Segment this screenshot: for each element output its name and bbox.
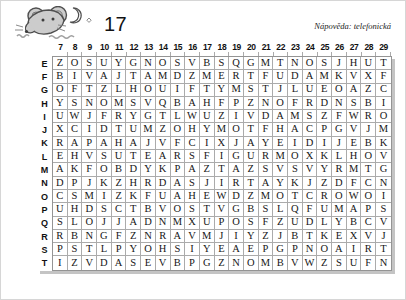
grid-cell-G-15[interactable]: I <box>171 84 186 97</box>
grid-cell-S-16[interactable]: I <box>185 243 200 256</box>
grid-cell-L-15[interactable]: R <box>171 150 186 163</box>
grid-cell-F-24[interactable]: A <box>303 70 318 83</box>
grid-cell-F-15[interactable]: D <box>171 70 186 83</box>
grid-cell-N-22[interactable]: Y <box>273 177 288 190</box>
grid-cell-R-29[interactable]: J <box>376 230 391 243</box>
grid-cell-T-24[interactable]: W <box>303 256 318 269</box>
grid-cell-K-29[interactable]: K <box>376 137 391 150</box>
grid-cell-F-14[interactable]: M <box>156 70 171 83</box>
grid-cell-L-24[interactable]: X <box>303 150 318 163</box>
grid-cell-L-11[interactable]: U <box>112 150 127 163</box>
grid-cell-G-11[interactable]: L <box>112 84 127 97</box>
grid-cell-H-27[interactable]: S <box>347 97 362 110</box>
grid-cell-I-16[interactable]: W <box>185 110 200 123</box>
grid-cell-O-9[interactable]: M <box>82 190 97 203</box>
grid-cell-M-10[interactable]: O <box>97 163 112 176</box>
grid-cell-F-23[interactable]: D <box>288 70 303 83</box>
grid-cell-E-21[interactable]: M <box>259 57 274 70</box>
grid-cell-S-27[interactable]: I <box>347 243 362 256</box>
grid-cell-N-21[interactable]: A <box>259 177 274 190</box>
grid-cell-N-20[interactable]: T <box>244 177 259 190</box>
grid-cell-S-15[interactable]: S <box>171 243 186 256</box>
grid-cell-H-19[interactable]: P <box>229 97 244 110</box>
grid-cell-G-8[interactable]: F <box>68 84 83 97</box>
grid-cell-M-21[interactable]: S <box>259 163 274 176</box>
grid-cell-T-28[interactable]: F <box>361 256 376 269</box>
grid-cell-N-28[interactable]: C <box>361 177 376 190</box>
grid-cell-F-27[interactable]: V <box>347 70 362 83</box>
grid-cell-E-25[interactable]: S <box>317 57 332 70</box>
grid-cell-H-10[interactable]: O <box>97 97 112 110</box>
grid-cell-O-29[interactable]: I <box>376 190 391 203</box>
grid-cell-S-17[interactable]: Y <box>200 243 215 256</box>
grid-cell-L-25[interactable]: K <box>317 150 332 163</box>
grid-cell-P-18[interactable]: V <box>215 203 230 216</box>
grid-cell-S-12[interactable]: Y <box>126 243 141 256</box>
grid-cell-O-20[interactable]: Z <box>244 190 259 203</box>
grid-cell-N-19[interactable]: R <box>229 177 244 190</box>
grid-cell-O-28[interactable]: O <box>361 190 376 203</box>
grid-cell-R-27[interactable]: X <box>347 230 362 243</box>
grid-cell-Q-27[interactable]: B <box>347 217 362 230</box>
grid-cell-M-22[interactable]: V <box>273 163 288 176</box>
grid-cell-G-24[interactable]: U <box>303 84 318 97</box>
grid-cell-N-25[interactable]: Z <box>317 177 332 190</box>
grid-cell-O-16[interactable]: H <box>185 190 200 203</box>
grid-cell-J-27[interactable]: V <box>347 123 362 136</box>
grid-cell-Q-25[interactable]: L <box>317 217 332 230</box>
grid-cell-J-9[interactable]: I <box>82 123 97 136</box>
grid-cell-M-17[interactable]: Z <box>200 163 215 176</box>
grid-cell-O-22[interactable]: O <box>273 190 288 203</box>
grid-cell-O-13[interactable]: F <box>141 190 156 203</box>
grid-cell-Q-9[interactable]: O <box>82 217 97 230</box>
grid-cell-G-9[interactable]: T <box>82 84 97 97</box>
grid-cell-L-8[interactable]: H <box>68 150 83 163</box>
grid-cell-K-22[interactable]: E <box>273 137 288 150</box>
grid-cell-Q-10[interactable]: J <box>97 217 112 230</box>
grid-cell-T-9[interactable]: V <box>82 256 97 269</box>
grid-cell-K-14[interactable]: V <box>156 137 171 150</box>
grid-cell-G-16[interactable]: F <box>185 84 200 97</box>
grid-cell-E-27[interactable]: H <box>347 57 362 70</box>
grid-cell-P-28[interactable]: P <box>361 203 376 216</box>
grid-cell-R-15[interactable]: A <box>171 230 186 243</box>
grid-cell-O-14[interactable]: U <box>156 190 171 203</box>
grid-cell-S-28[interactable]: R <box>361 243 376 256</box>
grid-cell-L-16[interactable]: S <box>185 150 200 163</box>
grid-cell-P-8[interactable]: H <box>68 203 83 216</box>
grid-cell-K-16[interactable]: C <box>185 137 200 150</box>
grid-cell-R-7[interactable]: R <box>53 230 68 243</box>
grid-cell-T-12[interactable]: S <box>126 256 141 269</box>
grid-cell-G-19[interactable]: M <box>229 84 244 97</box>
grid-cell-L-28[interactable]: O <box>361 150 376 163</box>
grid-cell-R-19[interactable]: I <box>229 230 244 243</box>
grid-cell-P-23[interactable]: Q <box>288 203 303 216</box>
grid-cell-P-21[interactable]: S <box>259 203 274 216</box>
grid-cell-K-15[interactable]: F <box>171 137 186 150</box>
grid-cell-I-13[interactable]: G <box>141 110 156 123</box>
grid-cell-E-11[interactable]: Y <box>112 57 127 70</box>
grid-cell-E-19[interactable]: Q <box>229 57 244 70</box>
grid-cell-F-19[interactable]: R <box>229 70 244 83</box>
grid-cell-J-17[interactable]: Y <box>200 123 215 136</box>
grid-cell-I-23[interactable]: M <box>288 110 303 123</box>
grid-cell-R-10[interactable]: G <box>97 230 112 243</box>
grid-cell-S-13[interactable]: O <box>141 243 156 256</box>
grid-cell-J-18[interactable]: M <box>215 123 230 136</box>
grid-cell-R-18[interactable]: J <box>215 230 230 243</box>
grid-cell-T-13[interactable]: E <box>141 256 156 269</box>
grid-cell-I-15[interactable]: L <box>171 110 186 123</box>
grid-cell-O-15[interactable]: A <box>171 190 186 203</box>
grid-cell-T-10[interactable]: D <box>97 256 112 269</box>
grid-cell-K-8[interactable]: A <box>68 137 83 150</box>
grid-cell-G-14[interactable]: U <box>156 84 171 97</box>
grid-cell-Q-15[interactable]: M <box>171 217 186 230</box>
grid-cell-S-26[interactable]: A <box>332 243 347 256</box>
grid-cell-K-12[interactable]: A <box>126 137 141 150</box>
grid-cell-Q-29[interactable]: V <box>376 217 391 230</box>
grid-cell-M-14[interactable]: K <box>156 163 171 176</box>
grid-cell-J-29[interactable]: M <box>376 123 391 136</box>
grid-cell-T-18[interactable]: Z <box>215 256 230 269</box>
grid-cell-N-15[interactable]: A <box>171 177 186 190</box>
grid-cell-T-8[interactable]: Z <box>68 256 83 269</box>
grid-cell-N-29[interactable]: N <box>376 177 391 190</box>
grid-cell-N-24[interactable]: J <box>303 177 318 190</box>
grid-cell-F-10[interactable]: A <box>97 70 112 83</box>
grid-cell-E-13[interactable]: N <box>141 57 156 70</box>
grid-cell-F-26[interactable]: K <box>332 70 347 83</box>
grid-cell-R-24[interactable]: T <box>303 230 318 243</box>
grid-cell-Q-23[interactable]: U <box>288 217 303 230</box>
grid-cell-T-22[interactable]: B <box>273 256 288 269</box>
grid-cell-I-28[interactable]: R <box>361 110 376 123</box>
grid-cell-J-7[interactable]: X <box>53 123 68 136</box>
grid-cell-L-22[interactable]: M <box>273 150 288 163</box>
grid-cell-F-13[interactable]: A <box>141 70 156 83</box>
grid-cell-E-10[interactable]: U <box>97 57 112 70</box>
grid-cell-F-17[interactable]: M <box>200 70 215 83</box>
grid-cell-J-23[interactable]: A <box>288 123 303 136</box>
grid-cell-P-13[interactable]: B <box>141 203 156 216</box>
grid-cell-I-17[interactable]: U <box>200 110 215 123</box>
grid-cell-K-9[interactable]: P <box>82 137 97 150</box>
grid-cell-F-7[interactable]: B <box>53 70 68 83</box>
grid-cell-O-23[interactable]: T <box>288 190 303 203</box>
grid-cell-S-23[interactable]: P <box>288 243 303 256</box>
grid-cell-Q-19[interactable]: O <box>229 217 244 230</box>
grid-cell-P-24[interactable]: F <box>303 203 318 216</box>
grid-cell-M-29[interactable]: G <box>376 163 391 176</box>
grid-cell-T-27[interactable]: U <box>347 256 362 269</box>
grid-cell-H-18[interactable]: F <box>215 97 230 110</box>
grid-cell-F-21[interactable]: F <box>259 70 274 83</box>
grid-cell-Q-12[interactable]: A <box>126 217 141 230</box>
grid-cell-J-20[interactable]: T <box>244 123 259 136</box>
grid-cell-O-18[interactable]: W <box>215 190 230 203</box>
grid-cell-L-23[interactable]: O <box>288 150 303 163</box>
grid-cell-R-16[interactable]: V <box>185 230 200 243</box>
grid-cell-H-7[interactable]: Y <box>53 97 68 110</box>
grid-cell-T-29[interactable]: N <box>376 256 391 269</box>
grid-cell-H-24[interactable]: R <box>303 97 318 110</box>
grid-cell-G-29[interactable]: C <box>376 84 391 97</box>
grid-cell-E-20[interactable]: G <box>244 57 259 70</box>
grid-cell-O-25[interactable]: R <box>317 190 332 203</box>
grid-cell-I-11[interactable]: R <box>112 110 127 123</box>
grid-cell-P-17[interactable]: T <box>200 203 215 216</box>
grid-cell-I-26[interactable]: F <box>332 110 347 123</box>
grid-cell-H-12[interactable]: S <box>126 97 141 110</box>
grid-cell-R-8[interactable]: B <box>68 230 83 243</box>
grid-cell-H-26[interactable]: N <box>332 97 347 110</box>
grid-cell-P-22[interactable]: L <box>273 203 288 216</box>
grid-cell-H-21[interactable]: N <box>259 97 274 110</box>
grid-cell-M-27[interactable]: M <box>347 163 362 176</box>
grid-cell-P-16[interactable]: S <box>185 203 200 216</box>
grid-cell-I-8[interactable]: W <box>68 110 83 123</box>
grid-cell-N-18[interactable]: I <box>215 177 230 190</box>
grid-cell-M-8[interactable]: K <box>68 163 83 176</box>
grid-cell-P-11[interactable]: C <box>112 203 127 216</box>
grid-cell-G-12[interactable]: H <box>126 84 141 97</box>
grid-cell-G-17[interactable]: T <box>200 84 215 97</box>
grid-cell-R-9[interactable]: N <box>82 230 97 243</box>
grid-cell-F-22[interactable]: U <box>273 70 288 83</box>
grid-cell-R-12[interactable]: Z <box>126 230 141 243</box>
grid-cell-N-8[interactable]: P <box>68 177 83 190</box>
grid-cell-K-19[interactable]: J <box>229 137 244 150</box>
grid-cell-R-14[interactable]: R <box>156 230 171 243</box>
grid-cell-H-9[interactable]: N <box>82 97 97 110</box>
grid-cell-Q-16[interactable]: X <box>185 217 200 230</box>
grid-cell-K-25[interactable]: I <box>317 137 332 150</box>
grid-cell-M-23[interactable]: S <box>288 163 303 176</box>
grid-cell-O-24[interactable]: C <box>303 190 318 203</box>
grid-cell-L-18[interactable]: I <box>215 150 230 163</box>
grid-cell-I-25[interactable]: Z <box>317 110 332 123</box>
grid-cell-K-10[interactable]: A <box>97 137 112 150</box>
grid-cell-J-28[interactable]: J <box>361 123 376 136</box>
grid-cell-P-7[interactable]: U <box>53 203 68 216</box>
grid-cell-O-12[interactable]: K <box>126 190 141 203</box>
grid-cell-I-21[interactable]: D <box>259 110 274 123</box>
grid-cell-E-16[interactable]: V <box>185 57 200 70</box>
grid-cell-E-14[interactable]: O <box>156 57 171 70</box>
grid-cell-Q-21[interactable]: F <box>259 217 274 230</box>
grid-cell-J-26[interactable]: G <box>332 123 347 136</box>
grid-cell-O-26[interactable]: O <box>332 190 347 203</box>
grid-cell-E-15[interactable]: S <box>171 57 186 70</box>
grid-cell-Q-20[interactable]: S <box>244 217 259 230</box>
grid-cell-M-13[interactable]: Y <box>141 163 156 176</box>
grid-cell-Q-11[interactable]: J <box>112 217 127 230</box>
grid-cell-G-22[interactable]: J <box>273 84 288 97</box>
grid-cell-E-17[interactable]: B <box>200 57 215 70</box>
grid-cell-N-26[interactable]: D <box>332 177 347 190</box>
grid-cell-S-11[interactable]: P <box>112 243 127 256</box>
grid-cell-H-28[interactable]: B <box>361 97 376 110</box>
grid-cell-E-23[interactable]: N <box>288 57 303 70</box>
grid-cell-I-29[interactable]: O <box>376 110 391 123</box>
grid-cell-N-9[interactable]: J <box>82 177 97 190</box>
grid-cell-J-11[interactable]: T <box>112 123 127 136</box>
grid-cell-J-12[interactable]: U <box>126 123 141 136</box>
grid-cell-E-22[interactable]: T <box>273 57 288 70</box>
grid-cell-J-8[interactable]: C <box>68 123 83 136</box>
grid-cell-P-20[interactable]: B <box>244 203 259 216</box>
grid-cell-Q-8[interactable]: L <box>68 217 83 230</box>
grid-cell-G-18[interactable]: Y <box>215 84 230 97</box>
grid-cell-M-15[interactable]: P <box>171 163 186 176</box>
grid-cell-F-28[interactable]: X <box>361 70 376 83</box>
grid-cell-M-7[interactable]: A <box>53 163 68 176</box>
grid-cell-J-13[interactable]: M <box>141 123 156 136</box>
grid-cell-P-19[interactable]: G <box>229 203 244 216</box>
grid-cell-F-18[interactable]: E <box>215 70 230 83</box>
grid-cell-S-9[interactable]: T <box>82 243 97 256</box>
grid-cell-I-14[interactable]: T <box>156 110 171 123</box>
grid-cell-P-25[interactable]: U <box>317 203 332 216</box>
grid-cell-G-7[interactable]: O <box>53 84 68 97</box>
grid-cell-R-11[interactable]: F <box>112 230 127 243</box>
grid-cell-K-23[interactable]: I <box>288 137 303 150</box>
grid-cell-G-21[interactable]: T <box>259 84 274 97</box>
grid-cell-N-16[interactable]: S <box>185 177 200 190</box>
grid-cell-S-10[interactable]: L <box>97 243 112 256</box>
grid-cell-L-14[interactable]: A <box>156 150 171 163</box>
grid-cell-S-8[interactable]: S <box>68 243 83 256</box>
grid-cell-L-9[interactable]: V <box>82 150 97 163</box>
grid-cell-T-15[interactable]: B <box>171 256 186 269</box>
grid-cell-R-25[interactable]: K <box>317 230 332 243</box>
grid-cell-E-7[interactable]: Z <box>53 57 68 70</box>
grid-cell-G-26[interactable]: O <box>332 84 347 97</box>
grid-cell-G-25[interactable]: E <box>317 84 332 97</box>
grid-cell-H-16[interactable]: A <box>185 97 200 110</box>
grid-cell-K-24[interactable]: D <box>303 137 318 150</box>
grid-cell-P-14[interactable]: V <box>156 203 171 216</box>
grid-cell-F-8[interactable]: I <box>68 70 83 83</box>
grid-cell-K-28[interactable]: B <box>361 137 376 150</box>
grid-cell-O-21[interactable]: M <box>259 190 274 203</box>
grid-cell-R-28[interactable]: V <box>361 230 376 243</box>
grid-cell-R-21[interactable]: Z <box>259 230 274 243</box>
grid-cell-O-11[interactable]: Z <box>112 190 127 203</box>
grid-cell-K-26[interactable]: J <box>332 137 347 150</box>
grid-cell-H-17[interactable]: H <box>200 97 215 110</box>
grid-cell-M-28[interactable]: T <box>361 163 376 176</box>
grid-cell-S-14[interactable]: H <box>156 243 171 256</box>
grid-cell-M-11[interactable]: B <box>112 163 127 176</box>
grid-cell-J-15[interactable]: O <box>171 123 186 136</box>
grid-cell-S-7[interactable]: P <box>53 243 68 256</box>
grid-cell-G-28[interactable]: Z <box>361 84 376 97</box>
grid-cell-I-20[interactable]: V <box>244 110 259 123</box>
grid-cell-T-16[interactable]: P <box>185 256 200 269</box>
grid-cell-P-15[interactable]: O <box>171 203 186 216</box>
grid-cell-F-9[interactable]: V <box>82 70 97 83</box>
grid-cell-O-27[interactable]: W <box>347 190 362 203</box>
grid-cell-K-21[interactable]: Y <box>259 137 274 150</box>
grid-cell-E-12[interactable]: G <box>126 57 141 70</box>
grid-cell-L-13[interactable]: E <box>141 150 156 163</box>
grid-cell-I-27[interactable]: W <box>347 110 362 123</box>
grid-cell-K-13[interactable]: J <box>141 137 156 150</box>
grid-cell-N-27[interactable]: F <box>347 177 362 190</box>
grid-cell-I-24[interactable]: S <box>303 110 318 123</box>
grid-cell-L-27[interactable]: H <box>347 150 362 163</box>
grid-cell-H-8[interactable]: S <box>68 97 83 110</box>
grid-cell-S-18[interactable]: E <box>215 243 230 256</box>
grid-cell-P-26[interactable]: M <box>332 203 347 216</box>
grid-cell-N-11[interactable]: Z <box>112 177 127 190</box>
grid-cell-Q-13[interactable]: D <box>141 217 156 230</box>
grid-cell-Q-26[interactable]: Y <box>332 217 347 230</box>
grid-cell-P-27[interactable]: A <box>347 203 362 216</box>
grid-cell-I-22[interactable]: A <box>273 110 288 123</box>
grid-cell-M-19[interactable]: A <box>229 163 244 176</box>
grid-cell-T-21[interactable]: M <box>259 256 274 269</box>
grid-cell-T-14[interactable]: V <box>156 256 171 269</box>
grid-cell-N-13[interactable]: R <box>141 177 156 190</box>
grid-cell-G-20[interactable]: S <box>244 84 259 97</box>
grid-cell-I-10[interactable]: F <box>97 110 112 123</box>
grid-cell-J-25[interactable]: P <box>317 123 332 136</box>
grid-cell-L-10[interactable]: S <box>97 150 112 163</box>
grid-cell-F-20[interactable]: T <box>244 70 259 83</box>
grid-cell-Q-7[interactable]: S <box>53 217 68 230</box>
grid-cell-O-17[interactable]: E <box>200 190 215 203</box>
grid-cell-T-20[interactable]: O <box>244 256 259 269</box>
grid-cell-N-10[interactable]: K <box>97 177 112 190</box>
grid-cell-G-23[interactable]: L <box>288 84 303 97</box>
grid-cell-F-16[interactable]: Z <box>185 70 200 83</box>
grid-cell-H-20[interactable]: Z <box>244 97 259 110</box>
grid-cell-I-19[interactable]: I <box>229 110 244 123</box>
grid-cell-K-17[interactable]: I <box>200 137 215 150</box>
grid-cell-H-14[interactable]: Q <box>156 97 171 110</box>
grid-cell-K-7[interactable]: R <box>53 137 68 150</box>
grid-cell-N-17[interactable]: J <box>200 177 215 190</box>
grid-cell-T-25[interactable]: Z <box>317 256 332 269</box>
grid-cell-L-19[interactable]: G <box>229 150 244 163</box>
grid-cell-T-7[interactable]: I <box>53 256 68 269</box>
grid-cell-H-13[interactable]: V <box>141 97 156 110</box>
grid-cell-E-28[interactable]: U <box>361 57 376 70</box>
grid-cell-T-23[interactable]: V <box>288 256 303 269</box>
grid-cell-J-16[interactable]: H <box>185 123 200 136</box>
grid-cell-M-26[interactable]: R <box>332 163 347 176</box>
grid-cell-E-29[interactable]: T <box>376 57 391 70</box>
grid-cell-K-27[interactable]: E <box>347 137 362 150</box>
grid-cell-M-25[interactable]: Y <box>317 163 332 176</box>
grid-cell-S-24[interactable]: N <box>303 243 318 256</box>
grid-cell-K-11[interactable]: H <box>112 137 127 150</box>
grid-cell-J-10[interactable]: D <box>97 123 112 136</box>
grid-cell-G-10[interactable]: Z <box>97 84 112 97</box>
grid-cell-T-19[interactable]: N <box>229 256 244 269</box>
grid-cell-O-19[interactable]: D <box>229 190 244 203</box>
grid-cell-T-17[interactable]: G <box>200 256 215 269</box>
grid-cell-T-26[interactable]: S <box>332 256 347 269</box>
grid-cell-R-22[interactable]: J <box>273 230 288 243</box>
grid-cell-L-29[interactable]: V <box>376 150 391 163</box>
grid-cell-S-22[interactable]: G <box>273 243 288 256</box>
